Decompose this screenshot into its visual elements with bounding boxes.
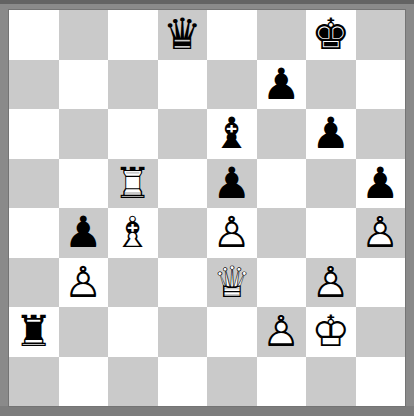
black-pawn[interactable]: ♟ <box>356 159 406 209</box>
white-piece-outline: ♗ <box>108 208 158 258</box>
square-b3[interactable]: ♟♙ <box>59 258 109 308</box>
white-pawn[interactable]: ♟♙ <box>306 258 356 308</box>
square-e6[interactable]: ♝ <box>207 109 257 159</box>
square-b5[interactable] <box>59 159 109 209</box>
black-piece-glyph: ♟ <box>257 60 307 110</box>
square-g1[interactable] <box>306 357 356 407</box>
white-pawn[interactable]: ♟♙ <box>59 258 109 308</box>
white-piece-outline: ♙ <box>306 258 356 308</box>
black-bishop[interactable]: ♝ <box>207 109 257 159</box>
square-d2[interactable] <box>158 307 208 357</box>
white-king[interactable]: ♚♔ <box>306 307 356 357</box>
square-f6[interactable] <box>257 109 307 159</box>
square-b6[interactable] <box>59 109 109 159</box>
square-e8[interactable] <box>207 10 257 60</box>
square-c6[interactable] <box>108 109 158 159</box>
square-b2[interactable] <box>59 307 109 357</box>
square-g7[interactable] <box>306 60 356 110</box>
white-pawn[interactable]: ♟♙ <box>207 208 257 258</box>
square-c8[interactable] <box>108 10 158 60</box>
white-piece-outline: ♕ <box>207 258 257 308</box>
square-b4[interactable]: ♟ <box>59 208 109 258</box>
white-piece-outline: ♙ <box>356 208 406 258</box>
square-d7[interactable] <box>158 60 208 110</box>
square-e1[interactable] <box>207 357 257 407</box>
square-f3[interactable] <box>257 258 307 308</box>
square-f1[interactable] <box>257 357 307 407</box>
square-g6[interactable]: ♟ <box>306 109 356 159</box>
square-h1[interactable] <box>356 357 406 407</box>
square-a6[interactable] <box>9 109 59 159</box>
square-h4[interactable]: ♟♙ <box>356 208 406 258</box>
white-piece-outline: ♔ <box>306 307 356 357</box>
square-d3[interactable] <box>158 258 208 308</box>
square-d8[interactable]: ♛ <box>158 10 208 60</box>
square-e7[interactable] <box>207 60 257 110</box>
square-a3[interactable] <box>9 258 59 308</box>
square-f2[interactable]: ♟♙ <box>257 307 307 357</box>
square-h7[interactable] <box>356 60 406 110</box>
square-b8[interactable] <box>59 10 109 60</box>
chess-board: ♛♚♟♝♟♜♖♟♟♟♝♗♟♙♟♙♟♙♛♕♟♙♜♟♙♚♔ <box>9 10 405 406</box>
white-piece-outline: ♙ <box>207 208 257 258</box>
square-c1[interactable] <box>108 357 158 407</box>
square-c4[interactable]: ♝♗ <box>108 208 158 258</box>
white-piece-outline: ♙ <box>59 258 109 308</box>
square-a5[interactable] <box>9 159 59 209</box>
square-h6[interactable] <box>356 109 406 159</box>
square-e2[interactable] <box>207 307 257 357</box>
square-a1[interactable] <box>9 357 59 407</box>
square-e4[interactable]: ♟♙ <box>207 208 257 258</box>
square-d6[interactable] <box>158 109 208 159</box>
black-piece-glyph: ♟ <box>59 208 109 258</box>
black-pawn[interactable]: ♟ <box>306 109 356 159</box>
square-c7[interactable] <box>108 60 158 110</box>
square-g8[interactable]: ♚ <box>306 10 356 60</box>
white-rook[interactable]: ♜♖ <box>108 159 158 209</box>
black-piece-glyph: ♟ <box>356 159 406 209</box>
square-g3[interactable]: ♟♙ <box>306 258 356 308</box>
square-f7[interactable]: ♟ <box>257 60 307 110</box>
black-piece-glyph: ♛ <box>158 10 208 60</box>
square-g5[interactable] <box>306 159 356 209</box>
square-f8[interactable] <box>257 10 307 60</box>
square-c2[interactable] <box>108 307 158 357</box>
black-piece-glyph: ♟ <box>207 159 257 209</box>
square-a2[interactable]: ♜ <box>9 307 59 357</box>
square-f4[interactable] <box>257 208 307 258</box>
square-b7[interactable] <box>59 60 109 110</box>
white-queen[interactable]: ♛♕ <box>207 258 257 308</box>
board-frame: ♛♚♟♝♟♜♖♟♟♟♝♗♟♙♟♙♟♙♛♕♟♙♜♟♙♚♔ <box>0 0 414 418</box>
square-h8[interactable] <box>356 10 406 60</box>
square-d5[interactable] <box>158 159 208 209</box>
square-a8[interactable] <box>9 10 59 60</box>
black-piece-glyph: ♝ <box>207 109 257 159</box>
square-f5[interactable] <box>257 159 307 209</box>
white-piece-outline: ♖ <box>108 159 158 209</box>
black-piece-glyph: ♜ <box>9 307 59 357</box>
frame-top-edge <box>0 0 414 4</box>
square-e5[interactable]: ♟ <box>207 159 257 209</box>
square-h2[interactable] <box>356 307 406 357</box>
square-e3[interactable]: ♛♕ <box>207 258 257 308</box>
square-a7[interactable] <box>9 60 59 110</box>
black-king[interactable]: ♚ <box>306 10 356 60</box>
white-pawn[interactable]: ♟♙ <box>356 208 406 258</box>
square-h5[interactable]: ♟ <box>356 159 406 209</box>
black-rook[interactable]: ♜ <box>9 307 59 357</box>
square-d4[interactable] <box>158 208 208 258</box>
black-pawn[interactable]: ♟ <box>207 159 257 209</box>
black-pawn[interactable]: ♟ <box>59 208 109 258</box>
square-g2[interactable]: ♚♔ <box>306 307 356 357</box>
white-pawn[interactable]: ♟♙ <box>257 307 307 357</box>
black-queen[interactable]: ♛ <box>158 10 208 60</box>
black-piece-glyph: ♚ <box>306 10 356 60</box>
square-h3[interactable] <box>356 258 406 308</box>
square-c5[interactable]: ♜♖ <box>108 159 158 209</box>
square-g4[interactable] <box>306 208 356 258</box>
black-pawn[interactable]: ♟ <box>257 60 307 110</box>
square-c3[interactable] <box>108 258 158 308</box>
white-piece-outline: ♙ <box>257 307 307 357</box>
square-d1[interactable] <box>158 357 208 407</box>
white-bishop[interactable]: ♝♗ <box>108 208 158 258</box>
square-b1[interactable] <box>59 357 109 407</box>
frame-bottom-edge <box>0 406 414 416</box>
black-piece-glyph: ♟ <box>306 109 356 159</box>
square-a4[interactable] <box>9 208 59 258</box>
